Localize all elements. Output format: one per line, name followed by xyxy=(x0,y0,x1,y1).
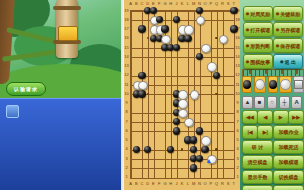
mark-tool-○[interactable]: ○ xyxy=(267,96,278,109)
white-stone xyxy=(201,44,210,53)
menu-button-7[interactable]: ◉围棋故事 xyxy=(243,54,273,69)
black-stone xyxy=(196,127,203,134)
coord-number: 5 xyxy=(124,138,130,142)
white-stone xyxy=(178,90,187,99)
mid-button-4[interactable]: 加载棋谱 xyxy=(273,155,304,169)
coord-number: 18 xyxy=(124,18,130,22)
coord-number: 6 xyxy=(124,129,130,133)
menu-button-1[interactable]: ◉对局奖励 xyxy=(243,6,273,21)
black-stone xyxy=(138,72,145,79)
button-label: 退 出 xyxy=(285,59,296,65)
mark-tool-▲[interactable]: ▲ xyxy=(242,96,253,109)
white-stone xyxy=(184,25,193,34)
coord-number: 11 xyxy=(124,83,130,87)
button-label: 关键鼓励 xyxy=(280,11,300,17)
coin-icon: ◉ xyxy=(246,12,250,16)
medal-icon: ◉ xyxy=(276,12,280,16)
mark-tool-A[interactable]: A xyxy=(291,96,302,109)
menu-button-4[interactable]: ◉另存棋谱 xyxy=(273,22,303,37)
white-stone xyxy=(207,62,216,71)
coord-number: 8 xyxy=(124,110,130,114)
black-stone xyxy=(230,7,237,14)
last-move-marker-icon xyxy=(207,159,211,163)
nav-back[interactable]: ◀ xyxy=(257,110,273,124)
bottom-button-1[interactable]: 棋盘设置 xyxy=(242,185,273,190)
black-stone xyxy=(184,35,191,42)
coord-number: 12 xyxy=(124,73,130,77)
mid-button-3[interactable]: 清空棋盘 xyxy=(242,155,273,169)
button-label: 围棋故事 xyxy=(250,59,270,65)
star-point xyxy=(147,93,149,95)
go-board[interactable]: AABBCCDDEEFFGGHHJJKKLLMMNNOOPPQQRRSSTT19… xyxy=(124,0,240,190)
black-stone xyxy=(138,90,145,97)
nav-fast-back[interactable]: ◀◀ xyxy=(242,110,258,124)
black-stone-icon xyxy=(243,80,251,88)
coord-number: 10 xyxy=(124,92,130,96)
white-stone xyxy=(201,136,210,145)
mark-tool-┼[interactable]: ┼ xyxy=(279,96,290,109)
go-app-window: 认输请求 AABBCCDDEEFFGGHHJJKKLLMMNNOOPPQQRRS… xyxy=(0,0,304,190)
coord-number: 4 xyxy=(124,147,130,151)
tray-white-stone[interactable] xyxy=(254,76,266,93)
board-icon: ◉ xyxy=(246,44,250,48)
coord-number: 1 xyxy=(124,175,130,179)
menu-button-8[interactable]: ◉退 出 xyxy=(273,54,303,69)
menu-button-6[interactable]: ◉保存棋谱 xyxy=(273,38,303,53)
white-stone xyxy=(178,109,187,118)
tower-roof-band xyxy=(53,6,81,10)
bottom-button-2[interactable]: 使用帮助 xyxy=(273,185,304,190)
black-stone xyxy=(161,25,168,32)
exit-icon: ◉ xyxy=(280,60,284,64)
star-point xyxy=(215,148,217,150)
mid-button-6[interactable]: 切换棋盘 xyxy=(273,170,304,184)
menu-button-2[interactable]: ◉关键鼓励 xyxy=(273,6,303,21)
coord-number: 16 xyxy=(124,36,130,40)
black-stone xyxy=(230,25,237,32)
coord-number: 9 xyxy=(124,101,130,105)
black-stone xyxy=(173,127,180,134)
white-stone-icon xyxy=(255,79,265,89)
mid-button-1[interactable]: 研 讨 xyxy=(242,140,273,154)
file-icon: ◉ xyxy=(276,28,280,32)
button-label: 打开棋谱 xyxy=(250,27,270,33)
tower-plaque xyxy=(58,26,78,41)
coord-letter: T xyxy=(231,2,237,6)
nav-first[interactable]: |◀ xyxy=(242,125,258,139)
coord-number: 15 xyxy=(124,46,130,50)
coord-number: 2 xyxy=(124,166,130,170)
coord-letter: T xyxy=(231,182,237,186)
star-point xyxy=(215,93,217,95)
nav-last[interactable]: ▶| xyxy=(257,125,273,139)
white-stone xyxy=(184,118,193,127)
button-label: 保存棋谱 xyxy=(280,43,300,49)
button-label: 另存棋谱 xyxy=(280,27,300,33)
mark-tools: ▲■○┼A xyxy=(242,96,302,107)
white-stone xyxy=(219,35,228,44)
mid-button-5[interactable]: 显示手数 xyxy=(242,170,273,184)
panel-corner-icon[interactable] xyxy=(6,105,19,118)
coord-number: 3 xyxy=(124,157,130,161)
coord-number: 17 xyxy=(124,27,130,31)
book-icon: ◉ xyxy=(246,60,250,64)
menu-button-3[interactable]: ◉打开棋谱 xyxy=(243,22,273,37)
coord-number: 13 xyxy=(124,64,130,68)
eraser-icon xyxy=(294,80,303,89)
file-icon: ◉ xyxy=(246,28,250,32)
button-label: 形势判断 xyxy=(250,43,270,49)
info-panel xyxy=(0,98,122,190)
white-stone xyxy=(190,90,199,99)
jungle-scene: 认输请求 xyxy=(0,0,124,190)
black-stone xyxy=(138,25,145,32)
disk-icon: ◉ xyxy=(276,44,280,48)
white-stone xyxy=(161,35,170,44)
tray-black-stone[interactable] xyxy=(242,76,252,93)
mid-button-2[interactable]: 加载死活 xyxy=(273,140,304,154)
load-homework-button[interactable]: 加载作业 xyxy=(273,125,304,139)
black-stone-icon xyxy=(269,80,277,88)
button-label: 对局奖励 xyxy=(250,11,270,17)
white-stone xyxy=(178,99,187,108)
tray-eraser[interactable] xyxy=(293,76,304,93)
resign-request-button[interactable]: 认输请求 xyxy=(6,82,46,96)
stone-tray xyxy=(242,76,302,92)
black-stone xyxy=(133,146,140,153)
nav-fast-forward[interactable]: ▶▶ xyxy=(288,110,304,124)
control-panel: ▲■○┼A ◉对局奖励◉关键鼓励◉打开棋谱◉另存棋谱◉形势判断◉保存棋谱◉围棋故… xyxy=(240,0,304,190)
menu-button-5[interactable]: ◉形势判断 xyxy=(243,38,273,53)
tray-black-stone[interactable] xyxy=(268,76,278,93)
white-stone xyxy=(138,81,147,90)
black-stone xyxy=(190,164,197,171)
white-stone-icon xyxy=(280,79,290,89)
coord-number: 14 xyxy=(124,55,130,59)
tray-white-stone[interactable] xyxy=(279,76,291,93)
black-stone xyxy=(201,146,208,153)
nav-forward[interactable]: ▶ xyxy=(273,110,289,124)
coord-number: 7 xyxy=(124,120,130,124)
coord-number: 19 xyxy=(124,9,130,13)
mark-tool-■[interactable]: ■ xyxy=(254,96,265,109)
